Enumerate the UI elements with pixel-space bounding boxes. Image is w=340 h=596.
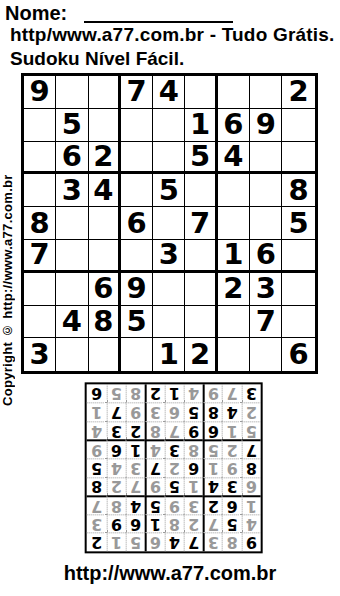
solution-given-cell: 3 bbox=[222, 477, 241, 496]
solution-solved-cell: 7 bbox=[222, 384, 241, 403]
solution-given-cell: 8 bbox=[241, 458, 260, 477]
puzzle-given-cell: 3 bbox=[24, 338, 56, 371]
footer-url: http://www.a77.com.br bbox=[0, 562, 340, 585]
solution-solved-cell: 3 bbox=[145, 403, 164, 422]
sudoku-solution-grid-rotated: 9837465124572816931623954876341597288916… bbox=[85, 382, 263, 553]
puzzle-empty-cell[interactable] bbox=[250, 338, 282, 371]
puzzle-given-cell: 3 bbox=[56, 174, 88, 207]
solution-solved-cell: 7 bbox=[164, 421, 183, 440]
solution-given-cell: 3 bbox=[164, 440, 183, 459]
puzzle-empty-cell[interactable] bbox=[121, 109, 153, 142]
solution-solved-cell: 9 bbox=[203, 384, 222, 403]
solution-solved-cell: 6 bbox=[145, 533, 164, 552]
solution-solved-cell: 2 bbox=[164, 458, 183, 477]
solution-solved-cell: 6 bbox=[241, 477, 260, 496]
puzzle-given-cell: 7 bbox=[121, 76, 153, 109]
puzzle-empty-cell[interactable] bbox=[24, 109, 56, 142]
puzzle-given-cell: 4 bbox=[89, 174, 121, 207]
puzzle-given-cell: 4 bbox=[56, 306, 88, 339]
puzzle-empty-cell[interactable] bbox=[121, 174, 153, 207]
puzzle-given-cell: 6 bbox=[218, 109, 250, 142]
puzzle-empty-cell[interactable] bbox=[250, 142, 282, 175]
puzzle-empty-cell[interactable] bbox=[153, 207, 185, 240]
puzzle-given-cell: 6 bbox=[282, 338, 314, 371]
solution-solved-cell: 5 bbox=[203, 440, 222, 459]
puzzle-empty-cell[interactable] bbox=[282, 109, 314, 142]
solution-solved-cell: 9 bbox=[222, 458, 241, 477]
solution-solved-cell: 3 bbox=[126, 458, 145, 477]
puzzle-empty-cell[interactable] bbox=[250, 76, 282, 109]
solution-given-cell: 9 bbox=[183, 421, 202, 440]
puzzle-given-cell: 6 bbox=[56, 142, 88, 175]
solution-solved-cell: 4 bbox=[106, 458, 125, 477]
solution-given-cell: 7 bbox=[145, 458, 164, 477]
puzzle-empty-cell[interactable] bbox=[89, 338, 121, 371]
puzzle-empty-cell[interactable] bbox=[24, 174, 56, 207]
solution-given-cell: 3 bbox=[106, 421, 125, 440]
solution-solved-cell: 3 bbox=[87, 514, 106, 533]
puzzle-empty-cell[interactable] bbox=[282, 142, 314, 175]
solution-solved-cell: 1 bbox=[183, 477, 202, 496]
puzzle-empty-cell[interactable] bbox=[56, 338, 88, 371]
puzzle-empty-cell[interactable] bbox=[185, 273, 217, 306]
puzzle-empty-cell[interactable] bbox=[89, 76, 121, 109]
solution-solved-cell: 6 bbox=[164, 403, 183, 422]
solution-given-cell: 9 bbox=[241, 533, 260, 552]
solution-solved-cell: 5 bbox=[126, 533, 145, 552]
solution-given-cell: 1 bbox=[145, 514, 164, 533]
solution-solved-cell: 1 bbox=[241, 496, 260, 515]
solution-given-cell: 4 bbox=[126, 496, 145, 515]
puzzle-empty-cell[interactable] bbox=[89, 207, 121, 240]
puzzle-given-cell: 1 bbox=[185, 109, 217, 142]
solution-solved-cell: 9 bbox=[164, 496, 183, 515]
puzzle-empty-cell[interactable] bbox=[218, 207, 250, 240]
puzzle-empty-cell[interactable] bbox=[153, 109, 185, 142]
puzzle-empty-cell[interactable] bbox=[282, 240, 314, 273]
puzzle-empty-cell[interactable] bbox=[56, 273, 88, 306]
puzzle-given-cell: 5 bbox=[56, 109, 88, 142]
solution-given-cell: 4 bbox=[164, 533, 183, 552]
puzzle-empty-cell[interactable] bbox=[153, 306, 185, 339]
solution-given-cell: 1 bbox=[164, 384, 183, 403]
solution-given-cell: 6 bbox=[106, 440, 125, 459]
puzzle-given-cell: 1 bbox=[218, 240, 250, 273]
solution-solved-cell: 2 bbox=[183, 514, 202, 533]
solution-given-cell: 1 bbox=[126, 440, 145, 459]
solution-solved-cell: 9 bbox=[145, 477, 164, 496]
solution-given-cell: 8 bbox=[87, 477, 106, 496]
puzzle-given-cell: 5 bbox=[121, 306, 153, 339]
puzzle-empty-cell[interactable] bbox=[185, 174, 217, 207]
name-label: Nome: bbox=[5, 2, 67, 25]
solution-given-cell: 2 bbox=[145, 384, 164, 403]
solution-solved-cell: 1 bbox=[87, 403, 106, 422]
solution-solved-cell: 9 bbox=[87, 440, 106, 459]
name-underline bbox=[84, 21, 233, 23]
solution-given-cell: 5 bbox=[183, 403, 202, 422]
puzzle-empty-cell[interactable] bbox=[24, 306, 56, 339]
puzzle-empty-cell[interactable] bbox=[282, 306, 314, 339]
puzzle-given-cell: 8 bbox=[89, 306, 121, 339]
solution-solved-cell: 8 bbox=[183, 440, 202, 459]
solution-solved-cell: 8 bbox=[106, 496, 125, 515]
puzzle-given-cell: 4 bbox=[153, 76, 185, 109]
puzzle-given-cell: 8 bbox=[24, 207, 56, 240]
puzzle-empty-cell[interactable] bbox=[250, 207, 282, 240]
solution-solved-cell: 1 bbox=[106, 533, 125, 552]
puzzle-empty-cell[interactable] bbox=[56, 240, 88, 273]
puzzle-given-cell: 5 bbox=[153, 174, 185, 207]
puzzle-empty-cell[interactable] bbox=[89, 240, 121, 273]
solution-given-cell: 4 bbox=[222, 403, 241, 422]
puzzle-given-cell: 2 bbox=[218, 273, 250, 306]
puzzle-given-cell: 3 bbox=[153, 240, 185, 273]
puzzle-given-cell: 5 bbox=[185, 142, 217, 175]
puzzle-given-cell: 1 bbox=[153, 338, 185, 371]
site-title: http/www.a77.com.br - Tudo Grátis. bbox=[10, 24, 335, 46]
puzzle-given-cell: 7 bbox=[24, 240, 56, 273]
puzzle-given-cell: 7 bbox=[185, 207, 217, 240]
puzzle-given-cell: 4 bbox=[218, 142, 250, 175]
solution-solved-cell: 8 bbox=[126, 384, 145, 403]
puzzle-empty-cell[interactable] bbox=[121, 240, 153, 273]
solution-solved-cell: 1 bbox=[203, 458, 222, 477]
solution-given-cell: 9 bbox=[106, 514, 125, 533]
puzzle-given-cell: 7 bbox=[250, 306, 282, 339]
puzzle-empty-cell[interactable] bbox=[218, 338, 250, 371]
puzzle-empty-cell[interactable] bbox=[121, 338, 153, 371]
solution-given-cell: 6 bbox=[183, 458, 202, 477]
solution-solved-cell: 4 bbox=[87, 421, 106, 440]
puzzle-given-cell: 6 bbox=[89, 273, 121, 306]
puzzle-empty-cell[interactable] bbox=[24, 273, 56, 306]
puzzle-given-cell: 2 bbox=[89, 142, 121, 175]
solution-given-cell: 5 bbox=[87, 458, 106, 477]
puzzle-given-cell: 9 bbox=[24, 76, 56, 109]
solution-given-cell: 8 bbox=[203, 403, 222, 422]
solution-solved-cell: 3 bbox=[183, 496, 202, 515]
solution-solved-cell: 4 bbox=[183, 384, 202, 403]
sudoku-puzzle-grid: 974251696254345886757316692348573126 bbox=[21, 73, 318, 374]
puzzle-given-cell: 2 bbox=[185, 338, 217, 371]
copyright-vertical-text: Copyright © http://www.a77.com.br bbox=[0, 66, 18, 406]
solution-solved-cell: 8 bbox=[145, 421, 164, 440]
solution-given-cell: 7 bbox=[183, 533, 202, 552]
puzzle-empty-cell[interactable] bbox=[153, 142, 185, 175]
puzzle-given-cell: 9 bbox=[121, 273, 153, 306]
puzzle-empty-cell[interactable] bbox=[218, 76, 250, 109]
solution-given-cell: 7 bbox=[106, 403, 125, 422]
solution-solved-cell: 3 bbox=[203, 533, 222, 552]
level-title: Sudoku Nível Fácil. bbox=[10, 48, 184, 70]
puzzle-empty-cell[interactable] bbox=[153, 273, 185, 306]
solution-solved-cell: 7 bbox=[126, 477, 145, 496]
solution-solved-cell: 4 bbox=[145, 440, 164, 459]
puzzle-given-cell: 9 bbox=[250, 109, 282, 142]
puzzle-given-cell: 2 bbox=[282, 76, 314, 109]
puzzle-empty-cell[interactable] bbox=[56, 76, 88, 109]
solution-given-cell: 5 bbox=[145, 496, 164, 515]
solution-solved-cell: 9 bbox=[126, 403, 145, 422]
solution-given-cell: 6 bbox=[222, 496, 241, 515]
solution-given-cell: 4 bbox=[203, 477, 222, 496]
solution-given-cell: 6 bbox=[126, 514, 145, 533]
solution-given-cell: 6 bbox=[87, 384, 106, 403]
solution-given-cell: 2 bbox=[126, 421, 145, 440]
puzzle-given-cell: 3 bbox=[250, 273, 282, 306]
solution-solved-cell: 5 bbox=[106, 384, 125, 403]
puzzle-empty-cell[interactable] bbox=[185, 240, 217, 273]
solution-solved-cell: 2 bbox=[241, 403, 260, 422]
puzzle-empty-cell[interactable] bbox=[89, 109, 121, 142]
solution-solved-cell: 8 bbox=[222, 533, 241, 552]
puzzle-empty-cell[interactable] bbox=[56, 207, 88, 240]
puzzle-given-cell: 6 bbox=[121, 207, 153, 240]
puzzle-empty-cell[interactable] bbox=[185, 76, 217, 109]
solution-solved-cell: 2 bbox=[222, 440, 241, 459]
puzzle-empty-cell[interactable] bbox=[24, 142, 56, 175]
solution-given-cell: 5 bbox=[222, 514, 241, 533]
solution-solved-cell: 1 bbox=[222, 421, 241, 440]
puzzle-empty-cell[interactable] bbox=[218, 306, 250, 339]
solution-given-cell: 7 bbox=[241, 440, 260, 459]
puzzle-empty-cell[interactable] bbox=[282, 273, 314, 306]
solution-given-cell: 6 bbox=[203, 421, 222, 440]
solution-solved-cell: 5 bbox=[241, 421, 260, 440]
puzzle-empty-cell[interactable] bbox=[218, 174, 250, 207]
puzzle-empty-cell[interactable] bbox=[121, 142, 153, 175]
solution-solved-cell: 8 bbox=[164, 514, 183, 533]
solution-solved-cell: 4 bbox=[241, 514, 260, 533]
puzzle-given-cell: 8 bbox=[282, 174, 314, 207]
solution-solved-cell: 7 bbox=[87, 496, 106, 515]
solution-given-cell: 3 bbox=[241, 384, 260, 403]
solution-given-cell: 2 bbox=[87, 533, 106, 552]
puzzle-empty-cell[interactable] bbox=[185, 306, 217, 339]
solution-given-cell: 2 bbox=[203, 496, 222, 515]
solution-solved-cell: 2 bbox=[106, 477, 125, 496]
puzzle-given-cell: 6 bbox=[250, 240, 282, 273]
solution-given-cell: 5 bbox=[164, 477, 183, 496]
solution-solved-cell: 7 bbox=[203, 514, 222, 533]
puzzle-empty-cell[interactable] bbox=[250, 174, 282, 207]
puzzle-given-cell: 5 bbox=[282, 207, 314, 240]
